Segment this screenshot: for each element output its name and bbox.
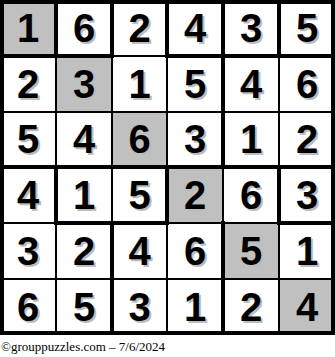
thin-hline-5 xyxy=(0,278,335,280)
bold-vline-c1-r1 xyxy=(54,0,58,58)
cell-r3c5: 1 xyxy=(223,112,279,167)
cell-r3c6: 2 xyxy=(279,112,335,167)
bold-hline-r4-c2 xyxy=(54,221,114,225)
cell-r1c6: 5 xyxy=(279,0,335,56)
bold-vline-c5-r1 xyxy=(277,0,281,58)
cell-r4c3: 5 xyxy=(112,167,167,223)
puzzle-solution-image: 162435231546546312415263324651653124 ©gr… xyxy=(0,0,335,357)
cell-r1c5: 3 xyxy=(223,0,279,56)
cell-r3c1: 5 xyxy=(0,112,56,167)
bold-hline-r1-c2 xyxy=(54,54,114,58)
cell-r2c3: 1 xyxy=(112,56,167,112)
bold-vline-c3-r1 xyxy=(165,0,169,58)
cell-r1c4: 4 xyxy=(167,0,223,56)
bold-hline-r4-c6 xyxy=(277,221,335,225)
bold-hline-r1-c1 xyxy=(0,54,58,58)
cell-r6c6: 4 xyxy=(279,279,335,335)
cell-r6c4: 1 xyxy=(167,279,223,335)
cell-r2c1: 2 xyxy=(0,56,56,112)
bold-vline-c4-r3 xyxy=(221,110,225,169)
cell-r1c2: 6 xyxy=(56,0,112,56)
cell-r3c3: 6 xyxy=(112,112,167,167)
sudoku-board: 162435231546546312415263324651653124 xyxy=(0,0,335,335)
cell-r3c4: 3 xyxy=(167,112,223,167)
cell-r3c2: 4 xyxy=(56,112,112,167)
bold-vline-c1-r4 xyxy=(54,165,58,225)
cell-r1c1: 1 xyxy=(0,0,56,56)
bold-hline-r3-c3 xyxy=(110,165,169,169)
bold-hline-r1-c5 xyxy=(221,54,281,58)
cell-r6c2: 5 xyxy=(56,279,112,335)
bold-hline-r3-c2 xyxy=(54,165,114,169)
cell-r6c3: 3 xyxy=(112,279,167,335)
cell-r5c1: 3 xyxy=(0,223,56,279)
cell-r2c2: 3 xyxy=(56,56,112,112)
bold-vline-c2-r6 xyxy=(110,277,114,335)
bold-hline-r4-c3 xyxy=(110,221,169,225)
bold-vline-c4-r5 xyxy=(221,221,225,281)
cell-r5c3: 4 xyxy=(112,223,167,279)
border-right xyxy=(331,0,335,335)
cell-r4c2: 1 xyxy=(56,167,112,223)
border-bottom xyxy=(0,331,335,335)
bold-hline-r3-c6 xyxy=(277,165,335,169)
cell-r4c4: 2 xyxy=(167,167,223,223)
cell-r4c1: 4 xyxy=(0,167,56,223)
bold-vline-c3-r4 xyxy=(165,165,169,225)
cell-r2c4: 5 xyxy=(167,56,223,112)
bold-hline-r3-c1 xyxy=(0,165,58,169)
bold-vline-c4-r1 xyxy=(221,0,225,58)
border-top xyxy=(0,0,335,4)
border-left xyxy=(0,0,4,335)
bold-hline-r3-c4 xyxy=(165,165,225,169)
bold-vline-c2-r5 xyxy=(110,221,114,281)
cell-r2c6: 6 xyxy=(279,56,335,112)
bold-hline-r1-c6 xyxy=(277,54,335,58)
bold-vline-c2-r1 xyxy=(110,0,114,58)
copyright-text: ©grouppuzzles.com – 7/6/2024 xyxy=(1,339,334,357)
cell-r1c3: 2 xyxy=(112,0,167,56)
cell-r4c5: 6 xyxy=(223,167,279,223)
bold-hline-r1-c4 xyxy=(165,54,225,58)
cell-r5c4: 6 xyxy=(167,223,223,279)
cell-r6c5: 2 xyxy=(223,279,279,335)
cell-r4c6: 3 xyxy=(279,167,335,223)
cell-r5c5: 5 xyxy=(223,223,279,279)
bold-vline-c4-r6 xyxy=(221,277,225,335)
cell-r5c2: 2 xyxy=(56,223,112,279)
bold-hline-r3-c5 xyxy=(221,165,281,169)
bold-vline-c4-r2 xyxy=(221,54,225,114)
cell-r6c1: 6 xyxy=(0,279,56,335)
cell-r2c5: 4 xyxy=(223,56,279,112)
cell-r5c6: 1 xyxy=(279,223,335,279)
bold-vline-c5-r4 xyxy=(277,165,281,225)
